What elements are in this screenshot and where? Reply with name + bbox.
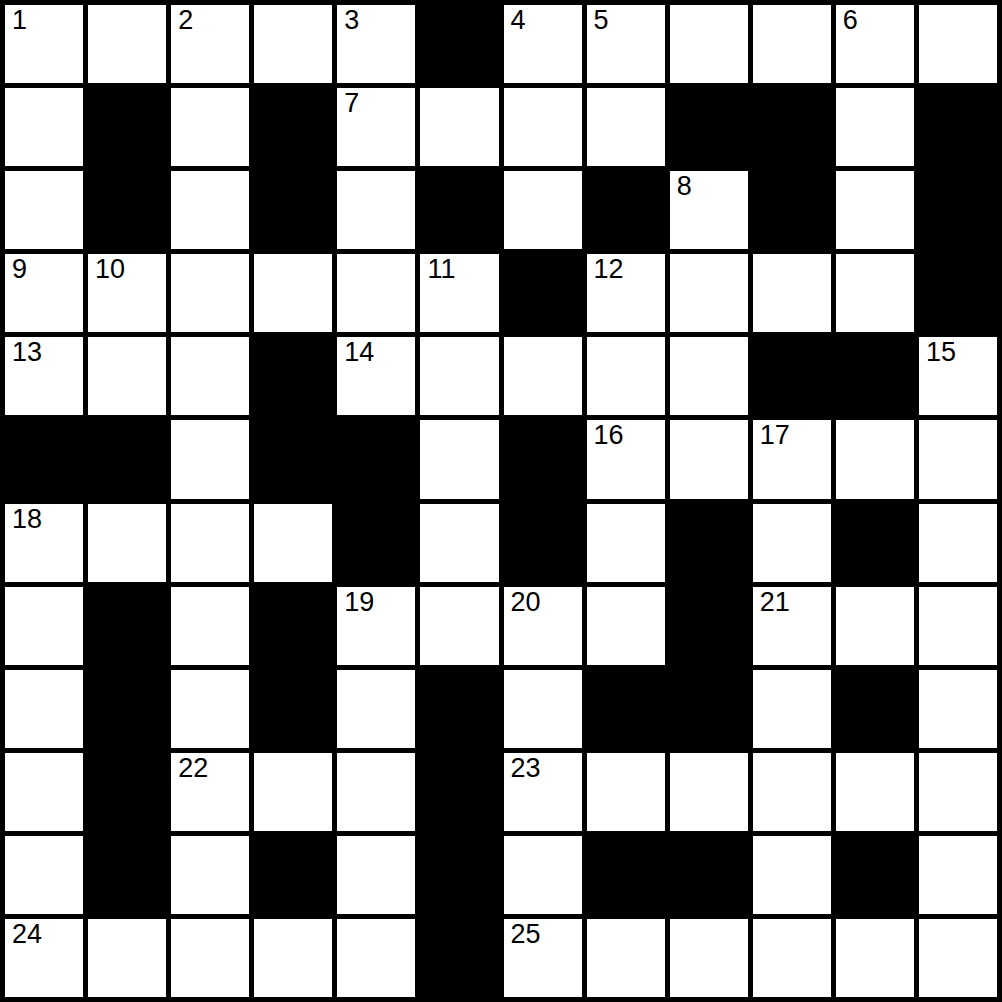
black-cell	[337, 504, 415, 582]
grid-cell[interactable]	[670, 337, 748, 415]
grid-cell[interactable]	[420, 88, 498, 166]
clue-number: 20	[511, 587, 541, 618]
clue-number: 8	[677, 171, 692, 202]
black-cell	[753, 88, 831, 166]
grid-cell[interactable]: 22	[171, 753, 249, 831]
grid-cell[interactable]	[5, 836, 83, 914]
grid-cell[interactable]: 5	[587, 5, 665, 83]
grid-cell[interactable]	[670, 919, 748, 997]
grid-cell[interactable]	[836, 88, 914, 166]
grid-cell[interactable]	[587, 88, 665, 166]
grid-cell[interactable]	[5, 753, 83, 831]
black-cell	[88, 88, 166, 166]
black-cell	[504, 420, 582, 498]
grid-cell[interactable]	[171, 504, 249, 582]
black-cell	[420, 753, 498, 831]
black-cell	[420, 5, 498, 83]
grid-cell[interactable]	[337, 254, 415, 332]
black-cell	[670, 504, 748, 582]
black-cell	[670, 670, 748, 748]
grid-cell[interactable]	[919, 753, 997, 831]
grid-cell[interactable]: 16	[587, 420, 665, 498]
grid-cell[interactable]	[254, 504, 332, 582]
grid-cell[interactable]	[337, 836, 415, 914]
grid-cell[interactable]	[504, 670, 582, 748]
black-cell	[88, 420, 166, 498]
black-cell	[836, 337, 914, 415]
black-cell	[88, 171, 166, 249]
grid-cell[interactable]	[420, 504, 498, 582]
grid-cell[interactable]	[171, 88, 249, 166]
grid-cell[interactable]	[919, 504, 997, 582]
grid-cell[interactable]	[171, 171, 249, 249]
grid-cell[interactable]	[420, 337, 498, 415]
grid-cell[interactable]	[836, 254, 914, 332]
grid-cell[interactable]	[5, 670, 83, 748]
grid-cell[interactable]	[753, 254, 831, 332]
black-cell	[836, 836, 914, 914]
clue-number: 15	[926, 337, 956, 368]
grid-cell[interactable]	[753, 919, 831, 997]
grid-cell[interactable]: 11	[420, 254, 498, 332]
grid-cell[interactable]	[919, 919, 997, 997]
clue-number: 3	[344, 5, 359, 36]
grid-cell[interactable]	[836, 420, 914, 498]
grid-cell[interactable]	[88, 337, 166, 415]
grid-cell[interactable]: 2	[171, 5, 249, 83]
grid-cell[interactable]: 6	[836, 5, 914, 83]
grid-cell[interactable]: 24	[5, 919, 83, 997]
clue-number: 7	[344, 88, 359, 119]
grid-cell[interactable]	[753, 504, 831, 582]
grid-cell[interactable]: 4	[504, 5, 582, 83]
clue-number: 24	[12, 919, 42, 950]
clue-number: 10	[95, 254, 125, 285]
crossword-board: 1234567891011121314151617181920212223242…	[0, 0, 1002, 1002]
grid-cell[interactable]	[587, 504, 665, 582]
grid-cell[interactable]	[753, 5, 831, 83]
grid-cell[interactable]	[753, 753, 831, 831]
black-cell	[88, 670, 166, 748]
grid-cell[interactable]	[670, 420, 748, 498]
grid-cell[interactable]	[337, 171, 415, 249]
clue-number: 22	[178, 753, 208, 784]
black-cell	[337, 420, 415, 498]
grid-cell[interactable]: 13	[5, 337, 83, 415]
black-cell	[753, 337, 831, 415]
grid-cell[interactable]	[171, 337, 249, 415]
clue-number: 6	[843, 5, 858, 36]
grid-cell[interactable]	[504, 171, 582, 249]
clue-number: 17	[760, 420, 790, 451]
black-cell	[254, 587, 332, 665]
grid-cell[interactable]	[420, 587, 498, 665]
black-cell	[504, 504, 582, 582]
grid-cell[interactable]	[171, 919, 249, 997]
black-cell	[254, 337, 332, 415]
grid-cell[interactable]	[836, 587, 914, 665]
grid-cell[interactable]	[919, 420, 997, 498]
black-cell	[587, 836, 665, 914]
grid-cell[interactable]: 23	[504, 753, 582, 831]
black-cell	[254, 670, 332, 748]
grid-cell[interactable]	[337, 919, 415, 997]
black-cell	[836, 504, 914, 582]
grid-cell[interactable]: 3	[337, 5, 415, 83]
grid-cell[interactable]	[919, 587, 997, 665]
grid-cell[interactable]: 1	[5, 5, 83, 83]
clue-number: 19	[344, 587, 374, 618]
grid-cell[interactable]	[171, 587, 249, 665]
grid-cell[interactable]	[171, 670, 249, 748]
grid-cell[interactable]: 10	[88, 254, 166, 332]
clue-number: 18	[12, 504, 42, 535]
grid-cell[interactable]	[420, 420, 498, 498]
clue-number: 4	[511, 5, 526, 36]
grid-cell[interactable]	[587, 337, 665, 415]
clue-number: 1	[12, 5, 27, 36]
grid-cell[interactable]	[5, 587, 83, 665]
clue-number: 14	[344, 337, 374, 368]
black-cell	[670, 836, 748, 914]
clue-number: 11	[427, 254, 455, 285]
black-cell	[919, 88, 997, 166]
grid-cell[interactable]	[836, 753, 914, 831]
grid-cell[interactable]	[5, 88, 83, 166]
clue-number: 13	[12, 337, 42, 368]
grid-cell[interactable]: 8	[670, 171, 748, 249]
grid-cell[interactable]	[919, 836, 997, 914]
clue-number: 2	[178, 5, 193, 36]
clue-number: 25	[511, 919, 541, 950]
clue-number: 16	[594, 420, 624, 451]
grid-cell[interactable]	[254, 919, 332, 997]
clue-number: 23	[511, 753, 541, 784]
clue-number: 21	[760, 587, 790, 618]
grid-cell[interactable]: 15	[919, 337, 997, 415]
grid-cell[interactable]	[836, 171, 914, 249]
grid-cell[interactable]	[88, 5, 166, 83]
grid-cell[interactable]: 19	[337, 587, 415, 665]
black-cell	[88, 753, 166, 831]
black-cell	[254, 88, 332, 166]
crossword-page: 1234567891011121314151617181920212223242…	[0, 0, 1002, 1002]
grid-cell[interactable]: 21	[753, 587, 831, 665]
grid-cell[interactable]: 25	[504, 919, 582, 997]
grid-cell[interactable]	[171, 836, 249, 914]
grid-cell[interactable]	[753, 670, 831, 748]
grid-cell[interactable]	[753, 836, 831, 914]
black-cell	[836, 670, 914, 748]
grid-cell[interactable]	[254, 254, 332, 332]
grid-cell[interactable]	[587, 753, 665, 831]
black-cell	[254, 171, 332, 249]
grid-cell[interactable]	[587, 587, 665, 665]
black-cell	[420, 919, 498, 997]
black-cell	[420, 836, 498, 914]
grid-cell[interactable]	[504, 337, 582, 415]
black-cell	[88, 836, 166, 914]
clue-number: 9	[12, 254, 27, 285]
grid-cell[interactable]	[670, 254, 748, 332]
grid-cell[interactable]	[836, 919, 914, 997]
black-cell	[587, 171, 665, 249]
black-cell	[670, 587, 748, 665]
black-cell	[420, 670, 498, 748]
grid-cell[interactable]: 14	[337, 337, 415, 415]
black-cell	[254, 420, 332, 498]
grid-cell[interactable]: 20	[504, 587, 582, 665]
grid-cell[interactable]	[504, 88, 582, 166]
grid-cell[interactable]	[171, 254, 249, 332]
clue-number: 5	[594, 5, 609, 36]
grid-cell[interactable]: 17	[753, 420, 831, 498]
grid-cell[interactable]	[919, 5, 997, 83]
grid-cell[interactable]	[254, 5, 332, 83]
grid-cell[interactable]	[587, 919, 665, 997]
grid-cell[interactable]: 7	[337, 88, 415, 166]
black-cell	[670, 88, 748, 166]
grid-cell[interactable]	[337, 753, 415, 831]
grid-cell[interactable]: 9	[5, 254, 83, 332]
grid-cell[interactable]	[670, 5, 748, 83]
grid-cell[interactable]	[504, 836, 582, 914]
grid-cell[interactable]	[88, 504, 166, 582]
grid-cell[interactable]	[5, 171, 83, 249]
grid-cell[interactable]	[670, 753, 748, 831]
black-cell	[587, 670, 665, 748]
black-cell	[254, 836, 332, 914]
clue-number: 12	[594, 254, 624, 285]
grid-cell[interactable]	[88, 919, 166, 997]
grid-cell[interactable]	[919, 670, 997, 748]
grid-cell[interactable]: 12	[587, 254, 665, 332]
black-cell	[5, 420, 83, 498]
grid-cell[interactable]	[337, 670, 415, 748]
black-cell	[88, 587, 166, 665]
grid-cell[interactable]	[254, 753, 332, 831]
black-cell	[919, 254, 997, 332]
black-cell	[504, 254, 582, 332]
black-cell	[420, 171, 498, 249]
black-cell	[753, 171, 831, 249]
grid-cell[interactable]	[171, 420, 249, 498]
grid-cell[interactable]: 18	[5, 504, 83, 582]
black-cell	[919, 171, 997, 249]
